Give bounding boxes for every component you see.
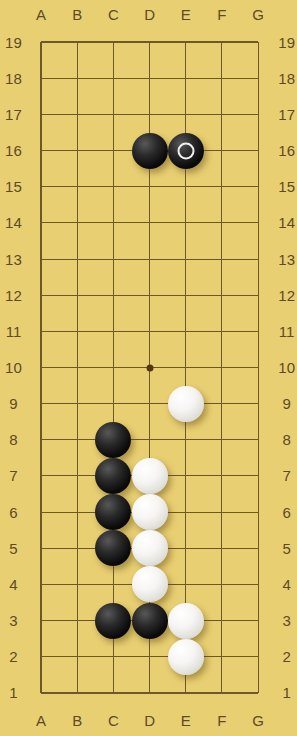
board-cell-B6[interactable]: [59, 494, 95, 530]
board-cell-F16[interactable]: [204, 133, 240, 169]
board-cell-E11[interactable]: [168, 313, 204, 349]
board-cell-C17[interactable]: [95, 96, 131, 132]
row-label-12: 12: [276, 277, 297, 313]
board-cell-D4[interactable]: [131, 566, 167, 602]
row-label-8: 8: [276, 422, 297, 458]
board-cell-G15[interactable]: [240, 169, 276, 205]
board-cell-F13[interactable]: [204, 241, 240, 277]
board-cell-A14[interactable]: [23, 205, 59, 241]
board-cell-E3[interactable]: [168, 602, 204, 638]
board-cell-G10[interactable]: [240, 349, 276, 385]
row-label-4: 4: [4, 566, 23, 602]
board-cell-F14[interactable]: [204, 205, 240, 241]
board-cell-A4[interactable]: [23, 566, 59, 602]
row-label-18: 18: [276, 60, 297, 96]
board-cell-B17[interactable]: [59, 96, 95, 132]
board-cell-B11[interactable]: [59, 313, 95, 349]
star-point-D10: [146, 364, 153, 371]
board-cell-A9[interactable]: [23, 386, 59, 422]
board-cell-C10[interactable]: [95, 349, 131, 385]
board-cell-D9[interactable]: [131, 386, 167, 422]
board-cell-D6[interactable]: [131, 494, 167, 530]
board-cell-E16[interactable]: [168, 133, 204, 169]
board-cell-C15[interactable]: [95, 169, 131, 205]
board-cell-F6[interactable]: [204, 494, 240, 530]
row-label-7: 7: [4, 458, 23, 494]
column-label-C: C: [95, 5, 131, 24]
row-label-15: 15: [276, 169, 297, 205]
board-cell-D16[interactable]: [131, 133, 167, 169]
board-cell-G18[interactable]: [240, 60, 276, 96]
board-cell-B19[interactable]: [59, 24, 95, 60]
board-cell-C12[interactable]: [95, 277, 131, 313]
row-label-13: 13: [4, 241, 23, 277]
board-cell-C13[interactable]: [95, 241, 131, 277]
white-stone-D5: [132, 530, 168, 566]
board-cell-C4[interactable]: [95, 566, 131, 602]
row-label-3: 3: [4, 602, 23, 638]
board-cell-E14[interactable]: [168, 205, 204, 241]
board-cell-A7[interactable]: [23, 458, 59, 494]
row-label-17: 17: [276, 96, 297, 132]
row-label-10: 10: [4, 349, 23, 385]
board-cell-G13[interactable]: [240, 241, 276, 277]
board-cell-G1[interactable]: [240, 675, 276, 711]
board-cell-G17[interactable]: [240, 96, 276, 132]
board-cell-D10[interactable]: [131, 349, 167, 385]
board-cell-F8[interactable]: [204, 422, 240, 458]
board-cell-E5[interactable]: [168, 530, 204, 566]
board-cell-B3[interactable]: [59, 602, 95, 638]
board-cell-G4[interactable]: [240, 566, 276, 602]
column-labels-top: ABCDEFG: [23, 0, 276, 24]
board-cell-C2[interactable]: [95, 639, 131, 675]
board-cell-D18[interactable]: [131, 60, 167, 96]
black-stone-C5: [95, 530, 131, 566]
board-cell-E4[interactable]: [168, 566, 204, 602]
board-cell-A3[interactable]: [23, 602, 59, 638]
board-cell-B13[interactable]: [59, 241, 95, 277]
board-cell-A1[interactable]: [23, 675, 59, 711]
row-label-12: 12: [4, 277, 23, 313]
board-cell-B15[interactable]: [59, 169, 95, 205]
board-cell-F18[interactable]: [204, 60, 240, 96]
board-cell-E19[interactable]: [168, 24, 204, 60]
board-grid: [23, 24, 276, 711]
column-label-G: G: [240, 5, 276, 24]
board-cell-E9[interactable]: [168, 386, 204, 422]
board-cell-D17[interactable]: [131, 96, 167, 132]
board-cell-B8[interactable]: [59, 422, 95, 458]
board-cell-G2[interactable]: [240, 639, 276, 675]
column-labels-bottom: ABCDEFG: [23, 711, 276, 736]
board-cell-D1[interactable]: [131, 675, 167, 711]
row-label-16: 16: [276, 133, 297, 169]
column-label-B: B: [59, 5, 95, 24]
board-cell-A18[interactable]: [23, 60, 59, 96]
board-cell-F9[interactable]: [204, 386, 240, 422]
row-label-8: 8: [4, 422, 23, 458]
board-cell-F4[interactable]: [204, 566, 240, 602]
board-cell-B18[interactable]: [59, 60, 95, 96]
board-cell-B1[interactable]: [59, 675, 95, 711]
board-cell-E18[interactable]: [168, 60, 204, 96]
white-stone-D7: [132, 458, 168, 494]
board-cell-E17[interactable]: [168, 96, 204, 132]
column-label-A: A: [23, 711, 59, 729]
board-cell-C9[interactable]: [95, 386, 131, 422]
board-cell-D11[interactable]: [131, 313, 167, 349]
board-cell-D14[interactable]: [131, 205, 167, 241]
board-cell-C14[interactable]: [95, 205, 131, 241]
row-label-11: 11: [4, 313, 23, 349]
row-label-6: 6: [4, 494, 23, 530]
board-cell-E7[interactable]: [168, 458, 204, 494]
row-label-14: 14: [276, 205, 297, 241]
column-label-C: C: [95, 711, 131, 729]
board-cell-B5[interactable]: [59, 530, 95, 566]
board-cell-E15[interactable]: [168, 169, 204, 205]
board-cell-G5[interactable]: [240, 530, 276, 566]
row-label-1: 1: [4, 675, 23, 711]
board-cell-C8[interactable]: [95, 422, 131, 458]
row-labels-left: 19181716151413121110987654321: [0, 24, 23, 711]
board-cell-F1[interactable]: [204, 675, 240, 711]
column-label-D: D: [131, 711, 167, 729]
board-cell-D12[interactable]: [131, 277, 167, 313]
board-cell-C3[interactable]: [95, 602, 131, 638]
board-cell-D8[interactable]: [131, 422, 167, 458]
board-cell-F17[interactable]: [204, 96, 240, 132]
board-cell-B2[interactable]: [59, 639, 95, 675]
board-cell-G19[interactable]: [240, 24, 276, 60]
board-cell-E10[interactable]: [168, 349, 204, 385]
board-cell-B7[interactable]: [59, 458, 95, 494]
column-label-D: D: [131, 5, 167, 24]
black-stone-C6: [95, 494, 131, 530]
white-stone-E3: [168, 603, 204, 639]
board-cell-D7[interactable]: [131, 458, 167, 494]
board-cell-G11[interactable]: [240, 313, 276, 349]
row-label-4: 4: [276, 566, 297, 602]
row-labels-right: 19181716151413121110987654321: [276, 24, 297, 711]
board-cell-A13[interactable]: [23, 241, 59, 277]
board-cell-F11[interactable]: [204, 313, 240, 349]
board-cell-D5[interactable]: [131, 530, 167, 566]
board-cell-G16[interactable]: [240, 133, 276, 169]
board-cell-G12[interactable]: [240, 277, 276, 313]
board-cell-G3[interactable]: [240, 602, 276, 638]
board-cell-F12[interactable]: [204, 277, 240, 313]
row-label-19: 19: [276, 24, 297, 60]
row-label-18: 18: [4, 60, 23, 96]
board-cell-G9[interactable]: [240, 386, 276, 422]
row-label-6: 6: [276, 494, 297, 530]
board-cell-B12[interactable]: [59, 277, 95, 313]
board-cell-A16[interactable]: [23, 133, 59, 169]
board-cell-B10[interactable]: [59, 349, 95, 385]
board-cell-F19[interactable]: [204, 24, 240, 60]
board-cell-A19[interactable]: [23, 24, 59, 60]
column-label-F: F: [204, 5, 240, 24]
board-cell-A8[interactable]: [23, 422, 59, 458]
board-cell-G8[interactable]: [240, 422, 276, 458]
column-label-A: A: [23, 5, 59, 24]
white-stone-E2: [168, 639, 204, 675]
row-label-1: 1: [276, 675, 297, 711]
board-cell-C7[interactable]: [95, 458, 131, 494]
board-cell-D3[interactable]: [131, 602, 167, 638]
row-label-5: 5: [4, 530, 23, 566]
column-label-E: E: [168, 5, 204, 24]
black-stone-D3: [132, 603, 168, 639]
row-label-13: 13: [276, 241, 297, 277]
row-label-2: 2: [4, 639, 23, 675]
board-cell-E8[interactable]: [168, 422, 204, 458]
board-cell-C19[interactable]: [95, 24, 131, 60]
white-stone-D4: [132, 566, 168, 602]
board-cell-A5[interactable]: [23, 530, 59, 566]
row-label-19: 19: [4, 24, 23, 60]
board-cell-A12[interactable]: [23, 277, 59, 313]
board-cell-G6[interactable]: [240, 494, 276, 530]
board-cell-B16[interactable]: [59, 133, 95, 169]
column-label-F: F: [204, 711, 240, 729]
row-label-11: 11: [276, 313, 297, 349]
board-cell-F10[interactable]: [204, 349, 240, 385]
board-cell-A15[interactable]: [23, 169, 59, 205]
board-cell-E2[interactable]: [168, 639, 204, 675]
black-stone-E16: [168, 133, 204, 169]
board-cell-D15[interactable]: [131, 169, 167, 205]
board-cell-B14[interactable]: [59, 205, 95, 241]
board-cell-D13[interactable]: [131, 241, 167, 277]
row-label-2: 2: [276, 639, 297, 675]
board-cell-A10[interactable]: [23, 349, 59, 385]
last-move-marker: [177, 142, 194, 159]
board-cell-E12[interactable]: [168, 277, 204, 313]
board-cell-B9[interactable]: [59, 386, 95, 422]
board-cell-G7[interactable]: [240, 458, 276, 494]
board-cell-C1[interactable]: [95, 675, 131, 711]
board-cell-D2[interactable]: [131, 639, 167, 675]
board-cell-E6[interactable]: [168, 494, 204, 530]
black-stone-C7: [95, 458, 131, 494]
board-cell-E13[interactable]: [168, 241, 204, 277]
column-label-E: E: [168, 711, 204, 729]
board-cell-F5[interactable]: [204, 530, 240, 566]
row-label-16: 16: [4, 133, 23, 169]
board-cell-C6[interactable]: [95, 494, 131, 530]
board-cell-C16[interactable]: [95, 133, 131, 169]
board-cell-A11[interactable]: [23, 313, 59, 349]
black-stone-C3: [95, 603, 131, 639]
board-cell-D19[interactable]: [131, 24, 167, 60]
board-cell-A2[interactable]: [23, 639, 59, 675]
white-stone-E9: [168, 386, 204, 422]
board-cell-C5[interactable]: [95, 530, 131, 566]
board-cell-G14[interactable]: [240, 205, 276, 241]
row-label-3: 3: [276, 602, 297, 638]
row-label-7: 7: [276, 458, 297, 494]
row-label-17: 17: [4, 96, 23, 132]
black-stone-D16: [132, 133, 168, 169]
white-stone-D6: [132, 494, 168, 530]
board-cell-B4[interactable]: [59, 566, 95, 602]
row-label-5: 5: [276, 530, 297, 566]
row-label-10: 10: [276, 349, 297, 385]
board-cell-A17[interactable]: [23, 96, 59, 132]
board-cell-C11[interactable]: [95, 313, 131, 349]
row-label-14: 14: [4, 205, 23, 241]
board-cell-A6[interactable]: [23, 494, 59, 530]
row-label-15: 15: [4, 169, 23, 205]
goban: ABCDEFG ABCDEFG 191817161514131211109876…: [0, 0, 297, 736]
board-cell-C18[interactable]: [95, 60, 131, 96]
board-cell-F15[interactable]: [204, 169, 240, 205]
board-cell-F7[interactable]: [204, 458, 240, 494]
board-cell-E1[interactable]: [168, 675, 204, 711]
column-label-B: B: [59, 711, 95, 729]
board-cell-F3[interactable]: [204, 602, 240, 638]
row-label-9: 9: [4, 386, 23, 422]
row-label-9: 9: [276, 386, 297, 422]
board-cell-F2[interactable]: [204, 639, 240, 675]
black-stone-C8: [95, 422, 131, 458]
column-label-G: G: [240, 711, 276, 729]
